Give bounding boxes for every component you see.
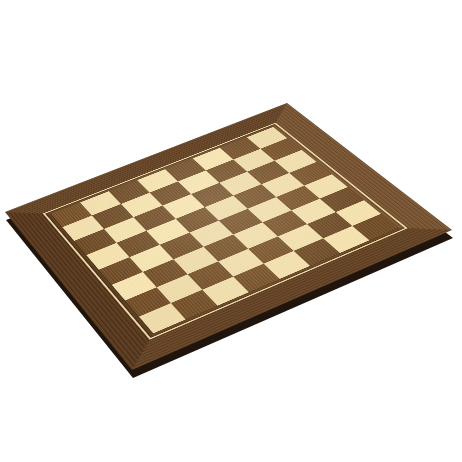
product-photo (0, 0, 462, 462)
